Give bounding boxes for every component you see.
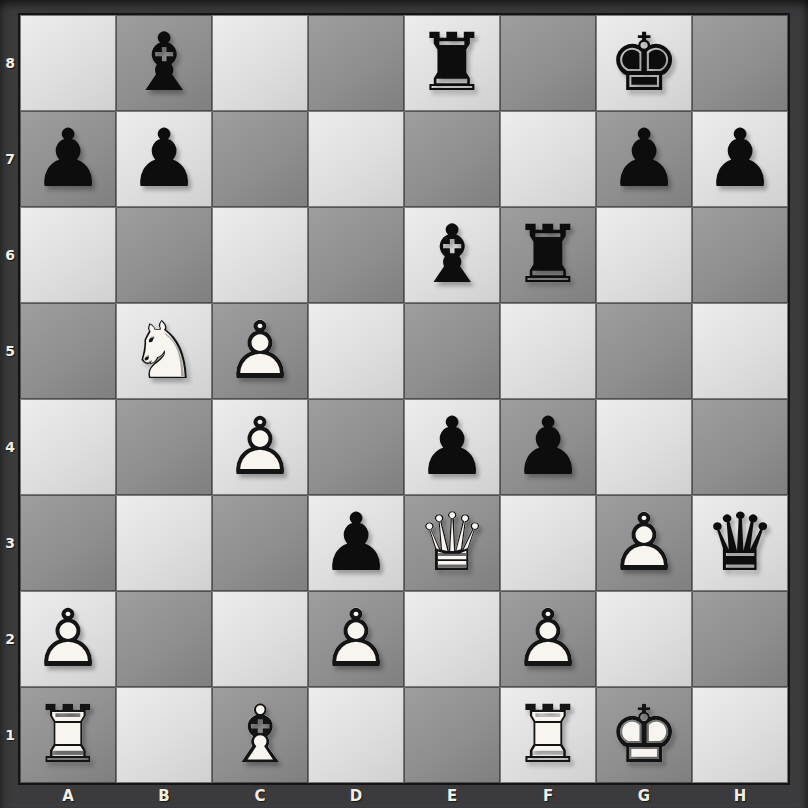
- white-queen[interactable]: ♛♕: [404, 495, 500, 591]
- square-c1[interactable]: ♝♗: [212, 687, 308, 783]
- square-d1[interactable]: [308, 687, 404, 783]
- square-d5[interactable]: [308, 303, 404, 399]
- square-a4[interactable]: [20, 399, 116, 495]
- file-label-G: G: [596, 785, 692, 807]
- square-a3[interactable]: [20, 495, 116, 591]
- white-pawn-outline: ♙: [308, 591, 404, 687]
- black-bishop-glyph: ♝: [116, 15, 212, 111]
- square-h8[interactable]: [692, 15, 788, 111]
- square-h4[interactable]: [692, 399, 788, 495]
- square-b1[interactable]: [116, 687, 212, 783]
- square-a8[interactable]: [20, 15, 116, 111]
- square-e8[interactable]: ♜: [404, 15, 500, 111]
- rank-label-1: 1: [0, 687, 20, 783]
- white-pawn[interactable]: ♟♙: [212, 303, 308, 399]
- square-a5[interactable]: [20, 303, 116, 399]
- black-pawn-glyph: ♟: [596, 111, 692, 207]
- square-g7[interactable]: ♟: [596, 111, 692, 207]
- black-pawn-glyph: ♟: [692, 111, 788, 207]
- square-d4[interactable]: [308, 399, 404, 495]
- square-e1[interactable]: [404, 687, 500, 783]
- rank-label-4: 4: [0, 399, 20, 495]
- file-label-A: A: [20, 785, 116, 807]
- square-e4[interactable]: ♟: [404, 399, 500, 495]
- chess-board[interactable]: ♝♜♚♟♟♟♟♝♜♞♘♟♙♟♙♟♟♟♛♕♟♙♛♟♙♟♙♟♙♜♖♝♗♜♖♚♔: [18, 13, 790, 785]
- white-rook[interactable]: ♜♖: [500, 687, 596, 783]
- square-a2[interactable]: ♟♙: [20, 591, 116, 687]
- white-pawn-outline: ♙: [596, 495, 692, 591]
- square-e7[interactable]: [404, 111, 500, 207]
- rank-label-3: 3: [0, 495, 20, 591]
- file-label-C: C: [212, 785, 308, 807]
- square-b5[interactable]: ♞♘: [116, 303, 212, 399]
- black-pawn-glyph: ♟: [116, 111, 212, 207]
- square-b3[interactable]: [116, 495, 212, 591]
- rank-label-5: 5: [0, 303, 20, 399]
- square-d3[interactable]: ♟: [308, 495, 404, 591]
- rank-label-2: 2: [0, 591, 20, 687]
- white-pawn-outline: ♙: [212, 399, 308, 495]
- white-pawn[interactable]: ♟♙: [308, 591, 404, 687]
- white-pawn[interactable]: ♟♙: [212, 399, 308, 495]
- square-c3[interactable]: [212, 495, 308, 591]
- file-label-D: D: [308, 785, 404, 807]
- square-f4[interactable]: ♟: [500, 399, 596, 495]
- square-d8[interactable]: [308, 15, 404, 111]
- rank-label-8: 8: [0, 15, 20, 111]
- square-b4[interactable]: [116, 399, 212, 495]
- file-label-H: H: [692, 785, 788, 807]
- white-knight[interactable]: ♞♘: [116, 303, 212, 399]
- file-label-E: E: [404, 785, 500, 807]
- square-f1[interactable]: ♜♖: [500, 687, 596, 783]
- square-f5[interactable]: [500, 303, 596, 399]
- black-pawn-glyph: ♟: [500, 399, 596, 495]
- square-h3[interactable]: ♛: [692, 495, 788, 591]
- square-b7[interactable]: ♟: [116, 111, 212, 207]
- rank-label-6: 6: [0, 207, 20, 303]
- square-f6[interactable]: ♜: [500, 207, 596, 303]
- black-pawn[interactable]: ♟: [500, 399, 596, 495]
- square-f2[interactable]: ♟♙: [500, 591, 596, 687]
- square-c7[interactable]: [212, 111, 308, 207]
- file-labels: ABCDEFGH: [20, 785, 788, 807]
- black-bishop[interactable]: ♝: [116, 15, 212, 111]
- white-bishop-outline: ♗: [212, 687, 308, 783]
- white-pawn-outline: ♙: [500, 591, 596, 687]
- square-g2[interactable]: [596, 591, 692, 687]
- square-a7[interactable]: ♟: [20, 111, 116, 207]
- square-c6[interactable]: [212, 207, 308, 303]
- square-h6[interactable]: [692, 207, 788, 303]
- white-pawn-outline: ♙: [20, 591, 116, 687]
- rank-labels: 87654321: [0, 15, 20, 783]
- square-e3[interactable]: ♛♕: [404, 495, 500, 591]
- black-king[interactable]: ♚: [596, 15, 692, 111]
- square-a1[interactable]: ♜♖: [20, 687, 116, 783]
- black-pawn[interactable]: ♟: [596, 111, 692, 207]
- square-d2[interactable]: ♟♙: [308, 591, 404, 687]
- black-queen-glyph: ♛: [692, 495, 788, 591]
- file-label-B: B: [116, 785, 212, 807]
- square-g5[interactable]: [596, 303, 692, 399]
- square-g6[interactable]: [596, 207, 692, 303]
- chess-board-frame: 87654321 ♝♜♚♟♟♟♟♝♜♞♘♟♙♟♙♟♟♟♛♕♟♙♛♟♙♟♙♟♙♜♖…: [0, 0, 808, 808]
- square-b8[interactable]: ♝: [116, 15, 212, 111]
- black-pawn-glyph: ♟: [404, 399, 500, 495]
- square-h2[interactable]: [692, 591, 788, 687]
- square-c8[interactable]: [212, 15, 308, 111]
- black-rook-glyph: ♜: [500, 207, 596, 303]
- square-d6[interactable]: [308, 207, 404, 303]
- white-queen-outline: ♕: [404, 495, 500, 591]
- square-h5[interactable]: [692, 303, 788, 399]
- white-bishop[interactable]: ♝♗: [212, 687, 308, 783]
- square-c4[interactable]: ♟♙: [212, 399, 308, 495]
- square-e2[interactable]: [404, 591, 500, 687]
- square-c2[interactable]: [212, 591, 308, 687]
- square-d7[interactable]: [308, 111, 404, 207]
- square-h7[interactable]: ♟: [692, 111, 788, 207]
- square-f7[interactable]: [500, 111, 596, 207]
- square-f8[interactable]: [500, 15, 596, 111]
- square-b2[interactable]: [116, 591, 212, 687]
- square-g4[interactable]: [596, 399, 692, 495]
- black-rook[interactable]: ♜: [404, 15, 500, 111]
- black-pawn[interactable]: ♟: [20, 111, 116, 207]
- black-pawn[interactable]: ♟: [308, 495, 404, 591]
- black-pawn-glyph: ♟: [20, 111, 116, 207]
- square-g3[interactable]: ♟♙: [596, 495, 692, 591]
- white-pawn-outline: ♙: [212, 303, 308, 399]
- square-a6[interactable]: [20, 207, 116, 303]
- square-h1[interactable]: [692, 687, 788, 783]
- square-b6[interactable]: [116, 207, 212, 303]
- black-rook-glyph: ♜: [404, 15, 500, 111]
- square-c5[interactable]: ♟♙: [212, 303, 308, 399]
- square-g8[interactable]: ♚: [596, 15, 692, 111]
- black-pawn[interactable]: ♟: [404, 399, 500, 495]
- black-bishop-glyph: ♝: [404, 207, 500, 303]
- white-pawn[interactable]: ♟♙: [500, 591, 596, 687]
- white-pawn[interactable]: ♟♙: [596, 495, 692, 591]
- white-rook-outline: ♖: [500, 687, 596, 783]
- white-king[interactable]: ♚♔: [596, 687, 692, 783]
- black-rook[interactable]: ♜: [500, 207, 596, 303]
- black-pawn[interactable]: ♟: [116, 111, 212, 207]
- square-f3[interactable]: [500, 495, 596, 591]
- black-king-glyph: ♚: [596, 15, 692, 111]
- rank-label-7: 7: [0, 111, 20, 207]
- black-pawn-glyph: ♟: [308, 495, 404, 591]
- square-e6[interactable]: ♝: [404, 207, 500, 303]
- white-pawn[interactable]: ♟♙: [20, 591, 116, 687]
- square-g1[interactable]: ♚♔: [596, 687, 692, 783]
- white-rook[interactable]: ♜♖: [20, 687, 116, 783]
- file-label-F: F: [500, 785, 596, 807]
- white-knight-outline: ♘: [116, 303, 212, 399]
- black-pawn[interactable]: ♟: [692, 111, 788, 207]
- white-rook-outline: ♖: [20, 687, 116, 783]
- white-king-outline: ♔: [596, 687, 692, 783]
- black-bishop[interactable]: ♝: [404, 207, 500, 303]
- square-e5[interactable]: [404, 303, 500, 399]
- black-queen[interactable]: ♛: [692, 495, 788, 591]
